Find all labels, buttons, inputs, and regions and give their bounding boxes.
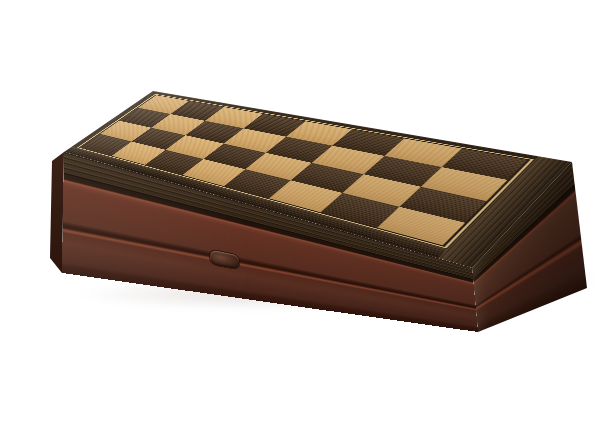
- case-latch: [210, 250, 239, 270]
- product-photo-scene: [0, 0, 600, 433]
